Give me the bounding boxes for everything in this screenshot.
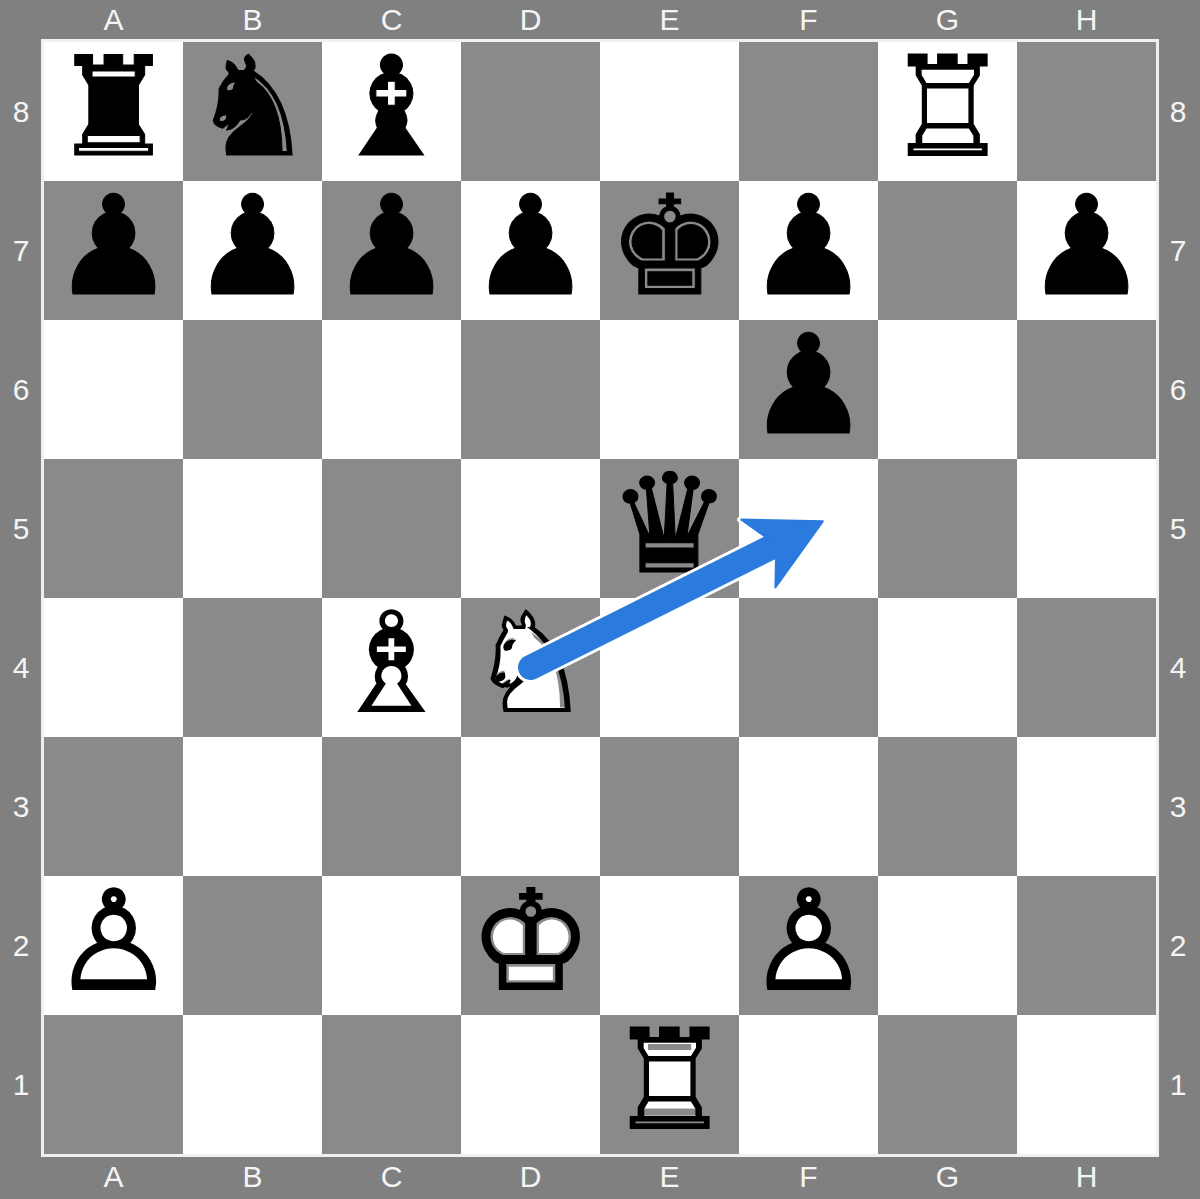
file-label-bottom-f: F bbox=[799, 1160, 817, 1194]
square-e4[interactable] bbox=[600, 598, 739, 737]
square-d4[interactable] bbox=[461, 598, 600, 737]
square-d8[interactable] bbox=[461, 42, 600, 181]
black-pawn-d7[interactable] bbox=[461, 181, 600, 320]
file-label-bottom-e: E bbox=[659, 1160, 679, 1194]
rank-label-right-3: 3 bbox=[1170, 790, 1187, 824]
rank-label-right-7: 7 bbox=[1170, 234, 1187, 268]
square-e5[interactable] bbox=[600, 459, 739, 598]
black-knight-b8[interactable] bbox=[183, 42, 322, 181]
square-e2[interactable] bbox=[600, 876, 739, 1015]
file-label-bottom-b: B bbox=[242, 1160, 262, 1194]
square-b8[interactable] bbox=[183, 42, 322, 181]
rank-label-left-3: 3 bbox=[13, 790, 30, 824]
file-label-top-e: E bbox=[659, 3, 679, 37]
square-g1[interactable] bbox=[878, 1015, 1017, 1154]
square-c4[interactable] bbox=[322, 598, 461, 737]
square-e6[interactable] bbox=[600, 320, 739, 459]
square-g6[interactable] bbox=[878, 320, 1017, 459]
square-c1[interactable] bbox=[322, 1015, 461, 1154]
rank-label-right-1: 1 bbox=[1170, 1068, 1187, 1102]
black-king-e7[interactable] bbox=[600, 181, 739, 320]
square-g4[interactable] bbox=[878, 598, 1017, 737]
square-d7[interactable] bbox=[461, 181, 600, 320]
square-f3[interactable] bbox=[739, 737, 878, 876]
black-pawn-f7[interactable] bbox=[739, 181, 878, 320]
square-a2[interactable] bbox=[44, 876, 183, 1015]
square-h2[interactable] bbox=[1017, 876, 1156, 1015]
rank-label-left-1: 1 bbox=[13, 1068, 30, 1102]
square-h8[interactable] bbox=[1017, 42, 1156, 181]
square-f1[interactable] bbox=[739, 1015, 878, 1154]
square-f5[interactable] bbox=[739, 459, 878, 598]
white-bishop-c4[interactable] bbox=[322, 598, 461, 737]
file-label-top-a: A bbox=[103, 3, 123, 37]
square-b6[interactable] bbox=[183, 320, 322, 459]
chessboard bbox=[44, 42, 1156, 1154]
rank-label-left-7: 7 bbox=[13, 234, 30, 268]
square-d6[interactable] bbox=[461, 320, 600, 459]
file-label-bottom-g: G bbox=[936, 1160, 959, 1194]
square-c2[interactable] bbox=[322, 876, 461, 1015]
square-f6[interactable] bbox=[739, 320, 878, 459]
square-g7[interactable] bbox=[878, 181, 1017, 320]
square-a1[interactable] bbox=[44, 1015, 183, 1154]
square-e7[interactable] bbox=[600, 181, 739, 320]
black-pawn-b7[interactable] bbox=[183, 181, 322, 320]
square-e3[interactable] bbox=[600, 737, 739, 876]
file-label-top-c: C bbox=[381, 3, 403, 37]
rank-label-right-6: 6 bbox=[1170, 373, 1187, 407]
black-bishop-c8[interactable] bbox=[322, 42, 461, 181]
black-pawn-a7[interactable] bbox=[44, 181, 183, 320]
square-f2[interactable] bbox=[739, 876, 878, 1015]
file-label-bottom-d: D bbox=[520, 1160, 542, 1194]
square-c3[interactable] bbox=[322, 737, 461, 876]
square-c7[interactable] bbox=[322, 181, 461, 320]
file-label-top-g: G bbox=[936, 3, 959, 37]
square-e1[interactable] bbox=[600, 1015, 739, 1154]
rank-label-left-6: 6 bbox=[13, 373, 30, 407]
square-a8[interactable] bbox=[44, 42, 183, 181]
square-b7[interactable] bbox=[183, 181, 322, 320]
square-c5[interactable] bbox=[322, 459, 461, 598]
file-label-bottom-h: H bbox=[1076, 1160, 1098, 1194]
square-b2[interactable] bbox=[183, 876, 322, 1015]
file-label-bottom-a: A bbox=[103, 1160, 123, 1194]
square-a3[interactable] bbox=[44, 737, 183, 876]
file-label-bottom-c: C bbox=[381, 1160, 403, 1194]
white-pawn-f2[interactable] bbox=[739, 876, 878, 1015]
square-h7[interactable] bbox=[1017, 181, 1156, 320]
rank-label-left-4: 4 bbox=[13, 651, 30, 685]
square-c6[interactable] bbox=[322, 320, 461, 459]
square-a7[interactable] bbox=[44, 181, 183, 320]
square-h4[interactable] bbox=[1017, 598, 1156, 737]
square-b1[interactable] bbox=[183, 1015, 322, 1154]
square-b4[interactable] bbox=[183, 598, 322, 737]
file-label-top-h: H bbox=[1076, 3, 1098, 37]
black-pawn-c7[interactable] bbox=[322, 181, 461, 320]
chessboard-frame: AABBCCDDEEFFGGHH8877665544332211 bbox=[0, 0, 1200, 1199]
white-pawn-a2[interactable] bbox=[44, 876, 183, 1015]
square-h3[interactable] bbox=[1017, 737, 1156, 876]
black-pawn-h7[interactable] bbox=[1017, 181, 1156, 320]
file-label-top-d: D bbox=[520, 3, 542, 37]
square-b5[interactable] bbox=[183, 459, 322, 598]
square-d1[interactable] bbox=[461, 1015, 600, 1154]
file-label-top-f: F bbox=[799, 3, 817, 37]
white-king-d2[interactable] bbox=[461, 876, 600, 1015]
square-f4[interactable] bbox=[739, 598, 878, 737]
square-a5[interactable] bbox=[44, 459, 183, 598]
square-g8[interactable] bbox=[878, 42, 1017, 181]
square-d5[interactable] bbox=[461, 459, 600, 598]
square-f8[interactable] bbox=[739, 42, 878, 181]
square-g2[interactable] bbox=[878, 876, 1017, 1015]
rank-label-right-5: 5 bbox=[1170, 512, 1187, 546]
black-pawn-f6[interactable] bbox=[739, 320, 878, 459]
rank-label-right-4: 4 bbox=[1170, 651, 1187, 685]
rank-label-right-2: 2 bbox=[1170, 929, 1187, 963]
square-h5[interactable] bbox=[1017, 459, 1156, 598]
square-g3[interactable] bbox=[878, 737, 1017, 876]
square-a4[interactable] bbox=[44, 598, 183, 737]
square-d3[interactable] bbox=[461, 737, 600, 876]
square-f7[interactable] bbox=[739, 181, 878, 320]
white-knight-d4[interactable] bbox=[461, 598, 600, 737]
square-a6[interactable] bbox=[44, 320, 183, 459]
square-c8[interactable] bbox=[322, 42, 461, 181]
square-h6[interactable] bbox=[1017, 320, 1156, 459]
rank-label-left-5: 5 bbox=[13, 512, 30, 546]
square-e8[interactable] bbox=[600, 42, 739, 181]
rank-label-left-8: 8 bbox=[13, 95, 30, 129]
black-queen-e5[interactable] bbox=[600, 459, 739, 598]
rank-label-right-8: 8 bbox=[1170, 95, 1187, 129]
square-g5[interactable] bbox=[878, 459, 1017, 598]
square-b3[interactable] bbox=[183, 737, 322, 876]
black-rook-a8[interactable] bbox=[44, 42, 183, 181]
white-rook-e1[interactable] bbox=[600, 1015, 739, 1154]
square-h1[interactable] bbox=[1017, 1015, 1156, 1154]
file-label-top-b: B bbox=[242, 3, 262, 37]
white-rook-g8[interactable] bbox=[878, 42, 1017, 181]
rank-label-left-2: 2 bbox=[13, 929, 30, 963]
square-d2[interactable] bbox=[461, 876, 600, 1015]
